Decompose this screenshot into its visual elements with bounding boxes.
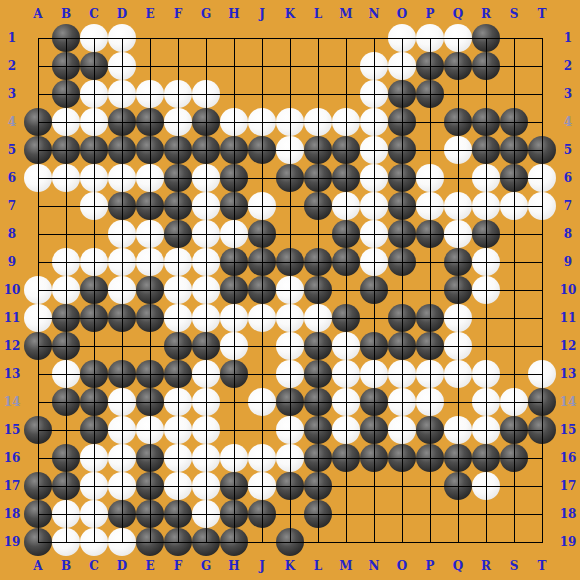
grid-line-horizontal	[38, 542, 543, 543]
row-label-right-15: 15	[557, 416, 579, 444]
row-label-right-10: 10	[557, 276, 579, 304]
grid-line-horizontal	[38, 346, 543, 347]
col-label-bottom-R: R	[472, 558, 500, 574]
col-label-bottom-O: O	[388, 558, 416, 574]
col-label-top-N: N	[360, 6, 388, 22]
row-label-right-11: 11	[557, 304, 579, 332]
col-label-bottom-H: H	[220, 558, 248, 574]
grid-line-vertical	[430, 38, 431, 543]
row-label-left-12: 12	[1, 332, 23, 360]
row-label-left-18: 18	[1, 500, 23, 528]
row-label-left-17: 17	[1, 472, 23, 500]
row-label-right-16: 16	[557, 444, 579, 472]
row-label-right-13: 13	[557, 360, 579, 388]
row-label-right-7: 7	[557, 192, 579, 220]
row-label-right-19: 19	[557, 528, 579, 556]
grid-line-vertical	[318, 38, 319, 543]
col-label-bottom-A: A	[24, 558, 52, 574]
row-label-right-9: 9	[557, 248, 579, 276]
row-label-left-10: 10	[1, 276, 23, 304]
grid-line-vertical	[290, 38, 291, 543]
col-label-bottom-T: T	[528, 558, 556, 574]
row-label-right-17: 17	[557, 472, 579, 500]
row-label-left-9: 9	[1, 248, 23, 276]
col-label-bottom-J: J	[248, 558, 276, 574]
col-label-bottom-D: D	[108, 558, 136, 574]
row-label-right-6: 6	[557, 164, 579, 192]
col-label-top-P: P	[416, 6, 444, 22]
grid-line-horizontal	[38, 514, 543, 515]
grid-line-vertical	[486, 38, 487, 543]
go-board: AABBCCDDEEFFGGHHJJKKLLMMNNOOPPQQRRSSTT11…	[0, 0, 580, 580]
grid-line-horizontal	[38, 486, 543, 487]
col-label-top-E: E	[136, 6, 164, 22]
row-label-right-2: 2	[557, 52, 579, 80]
row-label-left-2: 2	[1, 52, 23, 80]
row-label-right-18: 18	[557, 500, 579, 528]
col-label-top-H: H	[220, 6, 248, 22]
col-label-top-G: G	[192, 6, 220, 22]
grid-line-horizontal	[38, 374, 543, 375]
grid-line-vertical	[514, 38, 515, 543]
grid-line-vertical	[374, 38, 375, 543]
col-label-top-R: R	[472, 6, 500, 22]
grid-line-vertical	[458, 38, 459, 543]
col-label-top-J: J	[248, 6, 276, 22]
row-label-right-12: 12	[557, 332, 579, 360]
grid-line-horizontal	[38, 430, 543, 431]
col-label-top-B: B	[52, 6, 80, 22]
col-label-bottom-C: C	[80, 558, 108, 574]
grid-line-vertical	[402, 38, 403, 543]
row-label-left-4: 4	[1, 108, 23, 136]
col-label-top-M: M	[332, 6, 360, 22]
col-label-bottom-F: F	[164, 558, 192, 574]
col-label-bottom-Q: Q	[444, 558, 472, 574]
col-label-top-A: A	[24, 6, 52, 22]
row-label-right-8: 8	[557, 220, 579, 248]
col-label-top-F: F	[164, 6, 192, 22]
grid-line-horizontal	[38, 458, 543, 459]
row-label-left-6: 6	[1, 164, 23, 192]
row-label-right-1: 1	[557, 24, 579, 52]
col-label-bottom-B: B	[52, 558, 80, 574]
row-label-left-13: 13	[1, 360, 23, 388]
row-label-left-5: 5	[1, 136, 23, 164]
col-label-top-Q: Q	[444, 6, 472, 22]
row-label-right-14: 14	[557, 388, 579, 416]
row-label-left-1: 1	[1, 24, 23, 52]
row-label-left-7: 7	[1, 192, 23, 220]
col-label-top-O: O	[388, 6, 416, 22]
row-label-left-14: 14	[1, 388, 23, 416]
row-label-left-19: 19	[1, 528, 23, 556]
col-label-top-K: K	[276, 6, 304, 22]
col-label-top-S: S	[500, 6, 528, 22]
col-label-bottom-S: S	[500, 558, 528, 574]
grid-line-horizontal	[38, 318, 543, 319]
col-label-top-L: L	[304, 6, 332, 22]
col-label-bottom-N: N	[360, 558, 388, 574]
row-label-left-15: 15	[1, 416, 23, 444]
col-label-bottom-K: K	[276, 558, 304, 574]
grid-line-vertical	[346, 38, 347, 543]
col-label-bottom-L: L	[304, 558, 332, 574]
grid-line-horizontal	[38, 402, 543, 403]
col-label-top-T: T	[528, 6, 556, 22]
row-label-left-16: 16	[1, 444, 23, 472]
col-label-bottom-G: G	[192, 558, 220, 574]
grid-line-vertical	[542, 38, 543, 543]
col-label-bottom-P: P	[416, 558, 444, 574]
col-label-bottom-M: M	[332, 558, 360, 574]
row-label-right-3: 3	[557, 80, 579, 108]
row-label-left-3: 3	[1, 80, 23, 108]
row-label-right-4: 4	[557, 108, 579, 136]
row-label-right-5: 5	[557, 136, 579, 164]
col-label-top-C: C	[80, 6, 108, 22]
col-label-bottom-E: E	[136, 558, 164, 574]
row-label-left-8: 8	[1, 220, 23, 248]
col-label-top-D: D	[108, 6, 136, 22]
row-label-left-11: 11	[1, 304, 23, 332]
